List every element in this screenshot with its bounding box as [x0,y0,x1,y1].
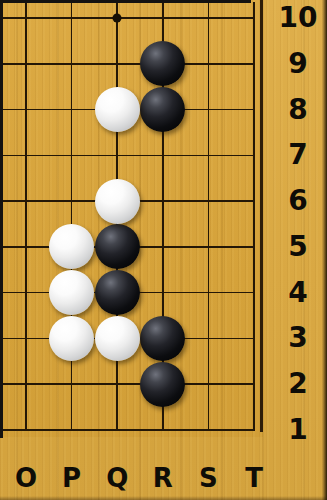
stones-grid [3,0,277,453]
row-label-9: 9 [272,50,324,78]
stone-black-Q4 [95,270,140,315]
stone-white-P5 [49,224,94,269]
crop-border-top [0,0,251,3]
stone-black-Q5 [95,224,140,269]
stone-white-P3 [49,316,94,361]
stone-black-R8 [140,87,185,132]
image-edge-bottom [0,496,327,500]
stone-white-Q6 [95,179,140,224]
column-label-R: R [153,465,173,491]
column-label-S: S [199,465,218,491]
column-label-P: P [62,465,81,491]
go-board-diagram: 10987654321 OPQRST [0,0,327,500]
column-label-T: T [245,465,263,491]
stone-white-Q8 [95,87,140,132]
row-label-6: 6 [272,187,324,215]
row-label-7: 7 [272,141,324,169]
crop-border-left [0,0,3,438]
stone-black-R2 [140,362,185,407]
board-edge-separator [260,0,263,432]
stone-white-Q3 [95,316,140,361]
row-label-4: 4 [272,279,324,307]
row-label-3: 3 [272,324,324,352]
stone-black-R3 [140,316,185,361]
row-label-10: 10 [272,4,324,32]
column-label-O: O [15,465,37,491]
row-label-1: 1 [272,416,324,444]
stone-white-P4 [49,270,94,315]
stone-black-R9 [140,41,185,86]
row-label-5: 5 [272,233,324,261]
image-edge-right [322,0,327,500]
row-label-2: 2 [272,370,324,398]
row-label-8: 8 [272,96,324,124]
column-label-Q: Q [106,465,128,491]
